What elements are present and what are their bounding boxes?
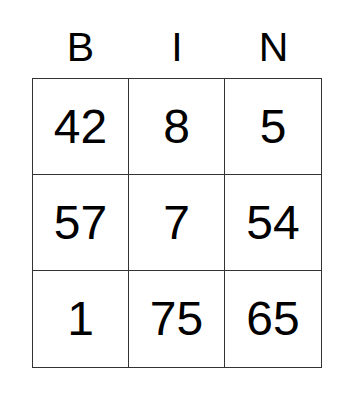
cell-number: 1 — [67, 295, 94, 343]
cell-number: 75 — [150, 295, 203, 343]
bingo-cell-r0c2[interactable]: 5 — [225, 79, 321, 175]
bingo-card-page: B I N 42 8 5 57 7 54 1 75 65 — [0, 0, 353, 400]
bingo-cell-r2c2[interactable]: 65 — [225, 271, 321, 367]
header-letter-i: I — [129, 27, 226, 68]
bingo-header-row: B I N — [32, 0, 322, 78]
cell-number: 8 — [163, 103, 190, 151]
bingo-cell-r2c0[interactable]: 1 — [33, 271, 129, 367]
bingo-cell-r0c0[interactable]: 42 — [33, 79, 129, 175]
cell-number: 7 — [163, 199, 190, 247]
bingo-grid: 42 8 5 57 7 54 1 75 65 — [32, 78, 322, 368]
cell-number: 42 — [54, 103, 107, 151]
cell-number: 65 — [246, 295, 299, 343]
bingo-cell-r1c2[interactable]: 54 — [225, 175, 321, 271]
cell-number: 54 — [246, 199, 299, 247]
cell-number: 57 — [54, 199, 107, 247]
header-letter-n: N — [225, 27, 322, 68]
bingo-cell-r0c1[interactable]: 8 — [129, 79, 225, 175]
bingo-cell-r2c1[interactable]: 75 — [129, 271, 225, 367]
header-letter-b: B — [32, 27, 129, 68]
cell-number: 5 — [260, 103, 287, 151]
bingo-cell-r1c0[interactable]: 57 — [33, 175, 129, 271]
bingo-cell-r1c1[interactable]: 7 — [129, 175, 225, 271]
